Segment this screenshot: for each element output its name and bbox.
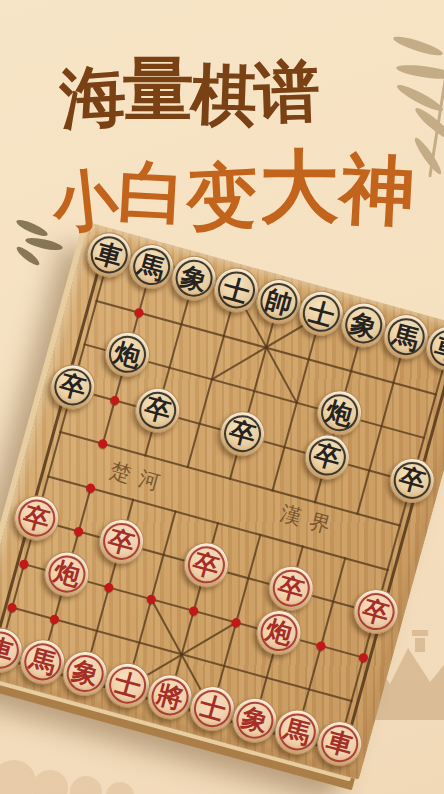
piece-character: 帥 bbox=[263, 286, 295, 318]
piece-character: 卒 bbox=[360, 596, 392, 628]
piece-character: 象 bbox=[239, 704, 271, 736]
piece-character: 卒 bbox=[21, 502, 53, 534]
headline-line1: 海量棋谱 bbox=[60, 46, 317, 141]
piece-character: 車 bbox=[324, 727, 356, 759]
piece-character: 卒 bbox=[275, 572, 307, 604]
piece-character: 士 bbox=[305, 297, 337, 329]
piece-character: 車 bbox=[0, 634, 16, 666]
piece-character: 車 bbox=[433, 332, 444, 364]
headline-character: 谱 bbox=[252, 47, 318, 139]
promo-screenshot: 海量棋谱 小白变大神 楚河 漢界 車馬象士帥士象馬車炮炮卒卒卒卒卒卒卒卒卒卒炮炮… bbox=[0, 0, 444, 794]
headline-character: 量 bbox=[123, 42, 191, 137]
headline-character: 大 bbox=[259, 135, 339, 242]
piece-character: 炮 bbox=[263, 616, 295, 648]
headline-character: 棋 bbox=[189, 50, 255, 142]
headline-character: 小 bbox=[48, 155, 123, 248]
xiangqi-board[interactable]: 楚河 漢界 車馬象士帥士象馬車炮炮卒卒卒卒卒卒卒卒卒卒炮炮車馬象士將士象馬車 bbox=[0, 222, 444, 780]
piece-character: 馬 bbox=[136, 251, 168, 283]
piece-character: 卒 bbox=[106, 525, 138, 557]
piece-character: 卒 bbox=[57, 371, 89, 403]
piece-character: 卒 bbox=[227, 417, 259, 449]
piece-character: 象 bbox=[178, 262, 210, 294]
headline-line2: 小白变大神 bbox=[52, 138, 416, 245]
piece-character: 馬 bbox=[390, 321, 422, 353]
headline-character: 变 bbox=[184, 148, 262, 248]
piece-character: 士 bbox=[221, 274, 253, 306]
piece-character: 卒 bbox=[190, 549, 222, 581]
piece-character: 馬 bbox=[27, 645, 59, 677]
piece-character: 士 bbox=[112, 669, 144, 701]
piece-character: 象 bbox=[69, 657, 101, 689]
headline-character: 神 bbox=[337, 139, 418, 244]
piece-character: 卒 bbox=[142, 394, 174, 426]
piece-character: 馬 bbox=[281, 715, 313, 747]
piece-character: 炮 bbox=[51, 558, 83, 590]
headline-character: 海 bbox=[57, 51, 126, 145]
piece-character: 士 bbox=[197, 692, 229, 724]
foliage-icon bbox=[0, 722, 150, 794]
piece-character: 卒 bbox=[312, 441, 344, 473]
piece-character: 炮 bbox=[324, 397, 356, 429]
piece-character: 將 bbox=[154, 680, 186, 712]
piece-character: 炮 bbox=[112, 338, 144, 370]
piece-character: 象 bbox=[348, 309, 380, 341]
piece-character: 卒 bbox=[396, 464, 428, 496]
headline-character: 白 bbox=[116, 146, 189, 240]
